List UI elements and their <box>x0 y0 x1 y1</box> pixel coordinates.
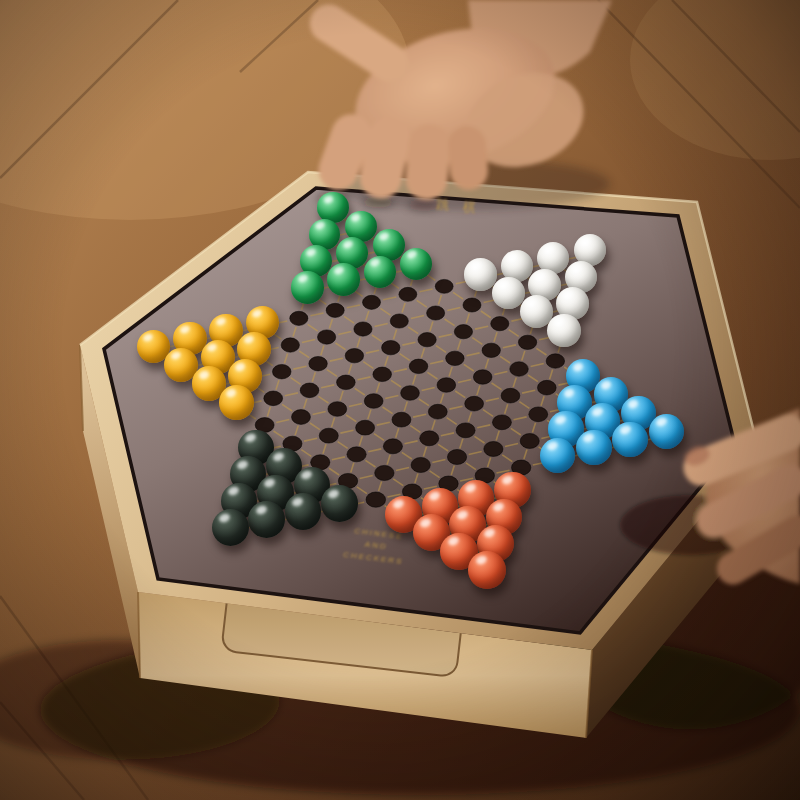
marble-green[interactable] <box>327 263 360 296</box>
marble-black[interactable] <box>285 493 322 530</box>
marble-yellow[interactable] <box>219 385 254 420</box>
marble-white[interactable] <box>492 277 525 310</box>
marbles-layer <box>0 0 800 800</box>
marble-green[interactable] <box>291 271 324 304</box>
marble-green[interactable] <box>400 248 432 280</box>
marble-blue[interactable] <box>576 430 612 466</box>
marble-red[interactable] <box>468 551 506 589</box>
marble-white[interactable] <box>547 314 580 347</box>
marble-black[interactable] <box>212 509 249 546</box>
photo-scene: 跳棋 CHINESE AND CHECKERS <box>0 0 800 800</box>
marble-blue[interactable] <box>649 414 684 449</box>
marble-blue[interactable] <box>540 438 576 474</box>
marble-blue[interactable] <box>612 422 647 457</box>
marble-black[interactable] <box>248 501 285 538</box>
marble-green[interactable] <box>364 256 396 288</box>
marble-white[interactable] <box>464 258 496 290</box>
marble-black[interactable] <box>321 485 358 522</box>
